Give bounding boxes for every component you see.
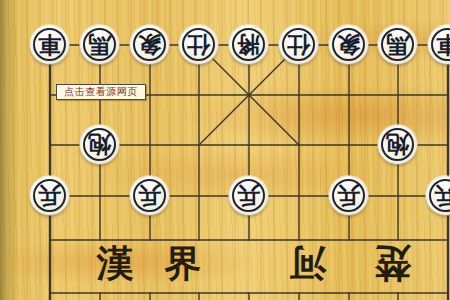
piece-glyph: 炮 bbox=[378, 125, 417, 164]
piece-glyph: 炮 bbox=[80, 125, 119, 164]
piece-soldier-5[interactable]: 兵 bbox=[426, 176, 450, 215]
piece-glyph: 象 bbox=[130, 25, 169, 64]
piece-cannon-right[interactable]: 炮 bbox=[378, 125, 417, 164]
river-char-he-rotated: 河 bbox=[290, 245, 327, 282]
piece-horse-right[interactable]: 馬 bbox=[378, 25, 417, 64]
piece-glyph: 馬 bbox=[378, 25, 417, 64]
piece-soldier-4[interactable]: 兵 bbox=[329, 176, 368, 215]
view-source-tooltip[interactable]: 点击查看源网页 bbox=[56, 84, 146, 100]
piece-glyph: 兵 bbox=[229, 176, 268, 215]
piece-cannon-left[interactable]: 炮 bbox=[80, 125, 119, 164]
piece-chariot-right[interactable]: 車 bbox=[428, 25, 450, 64]
piece-glyph: 兵 bbox=[329, 176, 368, 215]
piece-glyph: 兵 bbox=[426, 176, 450, 215]
piece-soldier-2[interactable]: 兵 bbox=[130, 176, 169, 215]
piece-advisor-left[interactable]: 仕 bbox=[179, 25, 218, 64]
piece-elephant-right[interactable]: 象 bbox=[329, 25, 368, 64]
piece-glyph: 兵 bbox=[30, 176, 69, 215]
piece-glyph: 車 bbox=[428, 25, 450, 64]
piece-glyph: 兵 bbox=[130, 176, 169, 215]
piece-glyph: 將 bbox=[229, 25, 268, 64]
piece-soldier-3[interactable]: 兵 bbox=[229, 176, 268, 215]
piece-soldier-1[interactable]: 兵 bbox=[30, 176, 69, 215]
river-char-chu-rotated: 楚 bbox=[375, 245, 412, 282]
river-char-jie: 界 bbox=[165, 245, 202, 282]
river-char-han: 漢 bbox=[97, 245, 134, 282]
piece-elephant-left[interactable]: 象 bbox=[130, 25, 169, 64]
piece-glyph: 象 bbox=[329, 25, 368, 64]
piece-horse-left[interactable]: 馬 bbox=[80, 25, 119, 64]
piece-glyph: 仕 bbox=[179, 25, 218, 64]
piece-advisor-right[interactable]: 仕 bbox=[279, 25, 318, 64]
piece-glyph: 仕 bbox=[279, 25, 318, 64]
piece-chariot-left[interactable]: 車 bbox=[30, 25, 69, 64]
piece-glyph: 車 bbox=[30, 25, 69, 64]
piece-general[interactable]: 將 bbox=[229, 25, 268, 64]
piece-glyph: 馬 bbox=[80, 25, 119, 64]
xiangqi-board: 車 馬 象 仕 將 仕 象 馬 車 炮 炮 兵 兵 兵 兵 兵 漢 界 河 楚 … bbox=[0, 0, 450, 300]
